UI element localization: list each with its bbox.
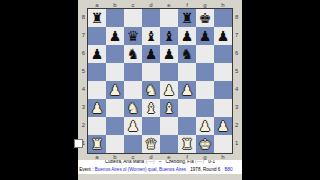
event-link[interactable]: Buenos Aires ol (Women) qual, Buenos Air…	[95, 167, 186, 172]
rank-label-1: 1	[233, 134, 242, 152]
square-c7[interactable]: ♛	[124, 27, 142, 45]
square-d7[interactable]: ♝	[142, 27, 160, 45]
square-g3[interactable]	[196, 99, 214, 117]
square-b2[interactable]	[106, 117, 124, 135]
square-e6[interactable]: ♟	[160, 45, 178, 63]
square-d8[interactable]	[142, 9, 160, 27]
square-e4[interactable]: ♟	[160, 81, 178, 99]
black-pawn[interactable]: ♟	[217, 29, 230, 43]
rank-label-3: 3	[233, 98, 242, 116]
square-g7[interactable]: ♟	[196, 27, 214, 45]
players-line: Cubeira, Ana Maria (----) – Czebding, Fl…	[78, 160, 242, 165]
rank-label-2: 2	[78, 116, 87, 134]
white-player-rating: (----)	[145, 160, 154, 165]
square-f7[interactable]: ♟	[178, 27, 196, 45]
square-a8[interactable]: ♜	[88, 9, 106, 27]
square-h2[interactable]: ♟	[214, 117, 232, 135]
square-g1[interactable]: ♚	[196, 135, 214, 153]
square-b6[interactable]	[106, 45, 124, 63]
event-line: Event : Buenos Aires ol (Women) qual, Bu…	[78, 168, 242, 173]
rank-label-6: 6	[233, 44, 242, 62]
square-c2[interactable]: ♟	[124, 117, 142, 135]
white-pawn[interactable]: ♟	[199, 119, 212, 133]
square-a5[interactable]	[88, 63, 106, 81]
square-d3[interactable]: ♝	[142, 99, 160, 117]
black-bishop[interactable]: ♝	[145, 29, 158, 43]
square-e2[interactable]	[160, 117, 178, 135]
square-f1[interactable]: ♜	[178, 135, 196, 153]
rank-labels-left: 87654321	[78, 8, 87, 154]
square-f8[interactable]: ♜	[178, 9, 196, 27]
square-a1[interactable]: ♜	[88, 135, 106, 153]
square-d6[interactable]: ♟	[142, 45, 160, 63]
white-pawn[interactable]: ♟	[181, 83, 194, 97]
vs-separator: –	[159, 160, 162, 165]
white-rook[interactable]: ♜	[181, 137, 194, 151]
square-b1[interactable]	[106, 135, 124, 153]
square-g4[interactable]	[196, 81, 214, 99]
rank-label-5: 5	[233, 62, 242, 80]
black-bishop[interactable]: ♝	[163, 29, 176, 43]
black-pawn[interactable]: ♟	[109, 29, 122, 43]
event-date-round: 1978, Round 6	[190, 167, 220, 172]
white-king[interactable]: ♚	[199, 137, 212, 151]
rank-label-8: 8	[78, 8, 87, 26]
side-to-move-indicator	[74, 139, 83, 148]
rank-label-7: 7	[78, 26, 87, 44]
square-f2[interactable]	[178, 117, 196, 135]
square-a2[interactable]	[88, 117, 106, 135]
square-h7[interactable]: ♟	[214, 27, 232, 45]
square-a6[interactable]: ♟	[88, 45, 106, 63]
white-bishop[interactable]: ♝	[145, 101, 158, 115]
square-e7[interactable]: ♝	[160, 27, 178, 45]
black-pawn[interactable]: ♟	[145, 47, 158, 61]
black-player-rating: (----)	[195, 160, 204, 165]
square-h5[interactable]	[214, 63, 232, 81]
square-f6[interactable]: ♞	[178, 45, 196, 63]
square-d4[interactable]: ♞	[142, 81, 160, 99]
square-c4[interactable]	[124, 81, 142, 99]
white-pawn[interactable]: ♟	[109, 83, 122, 97]
square-b3[interactable]	[106, 99, 124, 117]
rank-label-4: 4	[78, 80, 87, 98]
rank-label-6: 6	[78, 44, 87, 62]
rank-label-5: 5	[78, 62, 87, 80]
square-c8[interactable]	[124, 9, 142, 27]
square-f3[interactable]	[178, 99, 196, 117]
square-a7[interactable]	[88, 27, 106, 45]
square-d1[interactable]: ♛	[142, 135, 160, 153]
rank-label-2: 2	[233, 116, 242, 134]
square-h1[interactable]	[214, 135, 232, 153]
white-pawn[interactable]: ♟	[91, 101, 104, 115]
square-b4[interactable]: ♟	[106, 81, 124, 99]
square-c5[interactable]	[124, 63, 142, 81]
event-label: Event :	[79, 167, 93, 172]
black-player-name: Czebding, Fla	[165, 160, 193, 165]
white-rook[interactable]: ♜	[91, 137, 104, 151]
square-h3[interactable]	[214, 99, 232, 117]
square-h6[interactable]	[214, 45, 232, 63]
square-e3[interactable]: ♝	[160, 99, 178, 117]
square-g5[interactable]	[196, 63, 214, 81]
square-b7[interactable]: ♟	[106, 27, 124, 45]
rank-label-3: 3	[78, 98, 87, 116]
square-h8[interactable]	[214, 9, 232, 27]
rank-label-7: 7	[233, 26, 242, 44]
black-knight[interactable]: ♞	[181, 47, 194, 61]
rank-labels-right: 87654321	[233, 8, 242, 154]
black-pawn[interactable]: ♟	[199, 29, 212, 43]
square-c3[interactable]: ♞	[124, 99, 142, 117]
black-pawn[interactable]: ♟	[91, 47, 104, 61]
square-a4[interactable]	[88, 81, 106, 99]
white-knight[interactable]: ♞	[145, 83, 158, 97]
square-g2[interactable]: ♟	[196, 117, 214, 135]
eco-code-link[interactable]: B80	[224, 167, 232, 172]
chess-board[interactable]: ♜♜♚♟♛♝♝♟♟♟♟♞♟♟♞♟♞♟♟♟♞♝♝♟♟♟♜♛♜♚	[87, 8, 233, 154]
square-e5[interactable]	[160, 63, 178, 81]
square-a3[interactable]: ♟	[88, 99, 106, 117]
square-f4[interactable]: ♟	[178, 81, 196, 99]
black-rook[interactable]: ♜	[91, 11, 104, 25]
game-result: 0-1	[208, 160, 215, 165]
white-knight[interactable]: ♞	[127, 101, 140, 115]
square-h4[interactable]	[214, 81, 232, 99]
black-king[interactable]: ♚	[199, 11, 212, 25]
black-pawn[interactable]: ♟	[181, 29, 194, 43]
black-queen[interactable]: ♛	[127, 29, 140, 43]
white-player-name: Cubeira, Ana Maria	[105, 160, 144, 165]
black-pawn[interactable]: ♟	[163, 47, 176, 61]
square-f5[interactable]	[178, 63, 196, 81]
white-pawn[interactable]: ♟	[127, 119, 140, 133]
square-g6[interactable]	[196, 45, 214, 63]
rank-label-8: 8	[233, 8, 242, 26]
square-c1[interactable]	[124, 135, 142, 153]
square-e1[interactable]	[160, 135, 178, 153]
black-knight[interactable]: ♞	[127, 47, 140, 61]
app-window: abcdefgh 87654321 ♜♜♚♟♛♝♝♟♟♟♟♞♟♟♞♟♞♟♟♟♞♝…	[78, 0, 242, 180]
white-pawn[interactable]: ♟	[163, 83, 176, 97]
rank-label-4: 4	[233, 80, 242, 98]
square-b5[interactable]	[106, 63, 124, 81]
white-pawn[interactable]: ♟	[217, 119, 230, 133]
square-d2[interactable]	[142, 117, 160, 135]
square-d5[interactable]	[142, 63, 160, 81]
black-rook[interactable]: ♜	[181, 11, 194, 25]
square-c6[interactable]: ♞	[124, 45, 142, 63]
game-info-panel: Cubeira, Ana Maria (----) – Czebding, Fl…	[78, 160, 242, 174]
square-e8[interactable]	[160, 9, 178, 27]
square-b8[interactable]	[106, 9, 124, 27]
white-queen[interactable]: ♛	[145, 137, 158, 151]
white-bishop[interactable]: ♝	[163, 101, 176, 115]
square-g8[interactable]: ♚	[196, 9, 214, 27]
